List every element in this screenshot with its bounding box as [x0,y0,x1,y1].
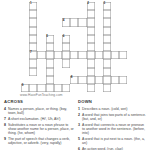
clue-item: 9The part of speech that changes a verb,… [4,137,74,146]
grid-empty-space [95,2,103,10]
grid-empty-space [70,84,78,92]
grid-empty-space [21,2,29,10]
grid-cell [87,10,95,18]
clue-number-label: 9 [22,84,24,87]
grid-cell [37,84,45,92]
clue-item: 5A word that is put next to a noun. (the… [78,137,147,146]
down-clues-list: 1Describes a noun. (cold, wet)2A word th… [78,107,147,150]
grid-cell [29,18,37,26]
grid-empty-space [119,2,127,10]
grid-empty-space [21,27,29,35]
grid-empty-space [78,27,86,35]
grid-empty-space [70,27,78,35]
grid-cell [54,84,62,92]
grid-cell [70,18,78,26]
grid-cell [46,76,54,84]
grid-empty-space [119,84,127,92]
clue-number-label: 4 [63,19,65,22]
grid-cell: 1 [29,2,37,10]
grid-cell [70,51,78,59]
grid-empty-space [70,2,78,10]
grid-cell [87,68,95,76]
grid-empty-space [119,18,127,26]
grid-empty-space [21,43,29,51]
grid-cell: 3 [103,2,111,10]
grid-empty-space [62,76,70,84]
grid-empty-space [95,84,103,92]
grid-empty-space [29,76,37,84]
grid-cell [95,51,103,59]
grid-cell [103,43,111,51]
grid-cell [62,51,70,59]
grid-empty-space [78,2,86,10]
grid-empty-space [111,18,119,26]
crossword-grid: 123456789 [21,2,127,92]
grid-empty-space [111,10,119,18]
clue-item: 7A short exclamation. (Hi!, Uh, Ah!) [4,117,74,121]
grid-empty-space [95,68,103,76]
grid-empty-space [21,68,29,76]
grid-cell [103,59,111,67]
grid-cell [87,51,95,59]
clue-text: Substitutes a noun or a noun phrase to s… [8,123,74,136]
grid-empty-space [46,2,54,10]
grid-empty-space [46,18,54,26]
grid-cell [29,27,37,35]
grid-empty-space [62,2,70,10]
grid-empty-space [111,43,119,51]
grid-cell [87,59,95,67]
grid-empty-space [37,59,45,67]
grid-empty-space [95,10,103,18]
grid-empty-space [78,59,86,67]
grid-empty-space [78,35,86,43]
grid-cell [29,59,37,67]
grid-cell [29,68,37,76]
grid-empty-space [37,35,45,43]
grid-empty-space [70,59,78,67]
down-clues-section: DOWN 1Describes a noun. (cold, wet)2A wo… [78,99,147,150]
grid-cell [46,51,54,59]
grid-empty-space [21,35,29,43]
clue-item: 8Substitutes a noun or a noun phrase to … [4,123,74,136]
grid-empty-space [119,68,127,76]
grid-empty-space [95,59,103,67]
grid-empty-space [54,27,62,35]
grid-cell [46,59,54,67]
grid-cell [62,43,70,51]
clue-number-label: 2 [87,2,89,5]
grid-cell: 5 [46,35,54,43]
grid-empty-space [54,35,62,43]
grid-cell [103,10,111,18]
grid-empty-space [54,43,62,51]
clue-text: A word that is put next to a noun. (the,… [82,137,147,146]
clue-item: 6An action word. (run, clap) [78,147,147,150]
grid-cell [87,76,95,84]
grid-empty-space [78,10,86,18]
clue-item: 3A word that connects a noun or pronoun … [78,123,147,136]
grid-cell: 2 [87,2,95,10]
clue-number-label: 5 [46,35,48,38]
grid-empty-space [70,35,78,43]
grid-empty-space [78,68,86,76]
grid-empty-space [111,68,119,76]
grid-cell [29,84,37,92]
grid-empty-space [119,35,127,43]
down-header: DOWN [78,99,147,104]
grid-empty-space [78,43,86,51]
grid-empty-space [54,18,62,26]
grid-empty-space [21,18,29,26]
grid-empty-space [78,84,86,92]
grid-cell [37,51,45,59]
grid-cell [87,35,95,43]
grid-empty-space [95,35,103,43]
grid-cell [62,84,70,92]
grid-empty-space [95,43,103,51]
grid-empty-space [95,27,103,35]
grid-cell [87,84,95,92]
grid-cell [103,35,111,43]
grid-empty-space [95,18,103,26]
grid-cell [119,51,127,59]
grid-empty-space [21,51,29,59]
grid-cell: 7 [29,51,37,59]
grid-empty-space [54,76,62,84]
across-clues-section: ACROSS 4Names a person, place, or thing.… [4,99,74,147]
grid-cell [87,18,95,26]
grid-empty-space [37,68,45,76]
grid-empty-space [37,27,45,35]
grid-empty-space [21,10,29,18]
clue-number-label: 3 [104,2,106,5]
clue-number-label: 1 [30,2,32,5]
clue-number-label: 6 [63,35,65,38]
grid-cell [62,59,70,67]
grid-empty-space [37,18,45,26]
grid-cell [103,27,111,35]
grid-cell [29,35,37,43]
grid-cell [103,68,111,76]
clue-item: 2A word that joins two parts of a senten… [78,113,147,122]
grid-empty-space [119,59,127,67]
clue-number-label: 8 [71,76,73,79]
grid-empty-space [62,68,70,76]
grid-cell: 4 [62,18,70,26]
website-credit: www.HaveFunTeaching.com [20,93,63,97]
grid-empty-space [46,10,54,18]
grid-empty-space [70,10,78,18]
clue-text: A short exclamation. (Hi!, Uh, Ah!) [8,117,74,121]
grid-cell [119,76,127,84]
grid-empty-space [54,2,62,10]
clue-text: An action word. (run, clap) [82,147,147,150]
grid-cell: 8 [70,76,78,84]
grid-empty-space [70,43,78,51]
grid-cell [95,76,103,84]
clue-number-label: 7 [30,51,32,54]
grid-cell [78,76,86,84]
grid-cell [78,18,86,26]
grid-cell: 9 [21,84,29,92]
grid-cell [46,68,54,76]
grid-cell [103,84,111,92]
clue-text: The part of speech that changes a verb, … [8,137,74,146]
grid-empty-space [37,76,45,84]
clue-item: 1Describes a noun. (cold, wet) [78,107,147,111]
grid-cell [29,10,37,18]
grid-cell [54,51,62,59]
grid-cell [46,43,54,51]
grid-empty-space [111,84,119,92]
clue-text: Names a person, place, or thing. (boy, t… [8,107,74,116]
grid-empty-space [119,10,127,18]
clue-text: Describes a noun. (cold, wet) [82,107,147,111]
grid-empty-space [54,10,62,18]
grid-empty-space [37,2,45,10]
grid-cell [111,51,119,59]
grid-cell [111,76,119,84]
grid-empty-space [37,10,45,18]
across-header: ACROSS [4,99,74,104]
grid-empty-space [111,27,119,35]
grid-cell [87,43,95,51]
grid-cell [103,51,111,59]
clue-text: A word that joins two parts of a sentenc… [82,113,147,122]
grid-cell [87,27,95,35]
grid-empty-space [37,43,45,51]
across-clues-list: 4Names a person, place, or thing. (boy, … [4,107,74,146]
grid-empty-space [54,68,62,76]
grid-empty-space [119,43,127,51]
grid-empty-space [111,2,119,10]
grid-cell [103,76,111,84]
grid-cell [46,84,54,92]
grid-empty-space [111,59,119,67]
clue-text: A word that connects a noun or pronoun t… [82,123,147,136]
grid-cell [78,51,86,59]
grid-empty-space [21,59,29,67]
grid-empty-space [119,27,127,35]
grid-cell: 6 [62,35,70,43]
clue-item: 4Names a person, place, or thing. (boy, … [4,107,74,116]
grid-cell [103,18,111,26]
grid-empty-space [54,59,62,67]
grid-empty-space [111,35,119,43]
